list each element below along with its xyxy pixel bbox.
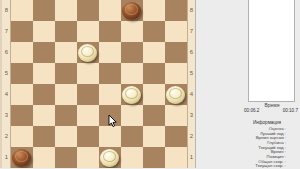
board-squares[interactable] [10, 0, 188, 168]
square-d1[interactable] [77, 147, 99, 168]
white-piece-e1[interactable] [100, 149, 119, 167]
engine-info-panel: Информация Оценка :Лучший ход :Время оце… [237, 120, 297, 168]
square-h7[interactable] [165, 21, 187, 42]
square-c7[interactable] [55, 21, 77, 42]
white-piece-f4[interactable] [122, 86, 141, 104]
square-f6[interactable] [121, 42, 143, 63]
square-b1[interactable] [33, 147, 55, 168]
square-f3[interactable] [121, 105, 143, 126]
square-b3[interactable] [33, 105, 55, 126]
square-b2[interactable] [33, 126, 55, 147]
black-piece-f8[interactable] [122, 2, 141, 20]
square-e7[interactable] [99, 21, 121, 42]
square-e5[interactable] [99, 63, 121, 84]
square-b8[interactable] [33, 0, 55, 21]
square-d8[interactable] [77, 0, 99, 21]
square-h8[interactable] [165, 0, 187, 21]
square-f1[interactable] [121, 147, 143, 168]
white-piece-h4[interactable] [166, 86, 185, 104]
side-panel: Время 00:06.2 00:10.7 Информация Оценка … [197, 0, 300, 168]
square-c1[interactable] [55, 147, 77, 168]
square-e2[interactable] [99, 126, 121, 147]
square-a3[interactable] [11, 105, 33, 126]
rank-label: 2 [187, 126, 196, 147]
square-b7[interactable] [33, 21, 55, 42]
square-h5[interactable] [165, 63, 187, 84]
square-g4[interactable] [143, 84, 165, 105]
square-g2[interactable] [143, 126, 165, 147]
square-h6[interactable] [165, 42, 187, 63]
rank-label: 7 [187, 21, 196, 42]
black-time: 00:10.7 [283, 108, 298, 113]
square-f5[interactable] [121, 63, 143, 84]
square-b6[interactable] [33, 42, 55, 63]
square-g5[interactable] [143, 63, 165, 84]
square-c4[interactable] [55, 84, 77, 105]
rank-label: 3 [187, 105, 196, 126]
square-g6[interactable] [143, 42, 165, 63]
square-e8[interactable] [99, 0, 121, 21]
info-rows: Оценка :Лучший ход :Время оценки :Глубин… [237, 126, 297, 168]
square-g8[interactable] [143, 0, 165, 21]
square-d7[interactable] [77, 21, 99, 42]
square-d2[interactable] [77, 126, 99, 147]
square-b5[interactable] [33, 63, 55, 84]
rank-label: 8 [187, 0, 196, 21]
rank-labels-right: 87654321 [187, 0, 196, 168]
mouse-cursor [108, 115, 117, 128]
square-a8[interactable] [11, 0, 33, 21]
square-d4[interactable] [77, 84, 99, 105]
square-a7[interactable] [11, 21, 33, 42]
checkers-board: 87654321 87654321 [0, 0, 196, 168]
black-piece-a1[interactable] [12, 149, 31, 167]
clock-values: 00:06.2 00:10.7 [244, 108, 298, 113]
square-c8[interactable] [55, 0, 77, 21]
info-row-label: Текущая скор. : [237, 163, 286, 168]
white-time: 00:06.2 [244, 108, 259, 113]
info-row: Текущая скор. : [237, 164, 297, 169]
square-h1[interactable] [165, 147, 187, 168]
move-list-box[interactable] [248, 0, 295, 102]
rank-label: 1 [187, 147, 196, 168]
square-e6[interactable] [99, 42, 121, 63]
rank-label: 6 [187, 42, 196, 63]
square-c3[interactable] [55, 105, 77, 126]
square-f2[interactable] [121, 126, 143, 147]
square-d5[interactable] [77, 63, 99, 84]
square-h2[interactable] [165, 126, 187, 147]
square-f7[interactable] [121, 21, 143, 42]
square-g1[interactable] [143, 147, 165, 168]
square-b4[interactable] [33, 84, 55, 105]
square-c6[interactable] [55, 42, 77, 63]
square-a6[interactable] [11, 42, 33, 63]
square-a2[interactable] [11, 126, 33, 147]
square-e4[interactable] [99, 84, 121, 105]
square-d3[interactable] [77, 105, 99, 126]
rank-label: 5 [187, 63, 196, 84]
square-h3[interactable] [165, 105, 187, 126]
square-c2[interactable] [55, 126, 77, 147]
square-g7[interactable] [143, 21, 165, 42]
square-c5[interactable] [55, 63, 77, 84]
white-piece-d6[interactable] [78, 44, 97, 62]
info-header: Информация [237, 120, 297, 125]
square-g3[interactable] [143, 105, 165, 126]
square-a4[interactable] [11, 84, 33, 105]
square-a5[interactable] [11, 63, 33, 84]
rank-label: 4 [187, 84, 196, 105]
